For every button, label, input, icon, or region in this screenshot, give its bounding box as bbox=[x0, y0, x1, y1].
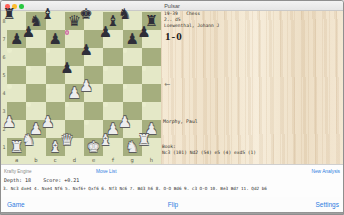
black-pawn: ♟ bbox=[80, 41, 93, 59]
black-bishop: ♝ bbox=[41, 5, 54, 23]
square-c4[interactable] bbox=[46, 84, 51, 89]
file-labels: abcdefgh bbox=[7, 157, 161, 163]
engine-panel: Krafty Engine Move List New Analysis Dep… bbox=[1, 164, 344, 197]
square-f6[interactable] bbox=[103, 48, 122, 66]
engine-pv-line: 3. Nc3 dxe4 4. Nxe4 Nf6 5. Nxf6+ Qxf6 6.… bbox=[3, 186, 267, 191]
book-label: Book: bbox=[162, 144, 176, 149]
square-b7[interactable]: ♟ bbox=[26, 30, 31, 35]
file-label-d: d bbox=[65, 157, 84, 163]
black-player-name: Loewenthal, Johann J bbox=[164, 23, 219, 28]
chess-board[interactable]: ♜♞♝♛♚♝♞♜♟♟♟♟♟♟♟♟♟♟♟♟♟♟♟♟♜♞♝♛♚♝♞♜ bbox=[7, 12, 161, 156]
square-d5[interactable]: ♟ bbox=[65, 66, 70, 71]
black-pawn: ♟ bbox=[137, 23, 150, 41]
square-d7[interactable] bbox=[65, 30, 70, 35]
square-a5[interactable] bbox=[7, 66, 26, 84]
app-window: Pulsar 19-39 Chess 2.. d5 Loewenthal, Jo… bbox=[0, 0, 344, 215]
engine-name: Krafty Engine bbox=[4, 169, 32, 174]
square-g2[interactable]: ♟ bbox=[123, 120, 128, 125]
new-analysis-link[interactable]: New Analysis bbox=[311, 169, 340, 174]
flip-button[interactable]: Flip bbox=[1, 201, 344, 208]
square-h1[interactable]: ♜ bbox=[142, 138, 147, 143]
white-knight: ♞ bbox=[22, 131, 35, 149]
white-pawn: ♟ bbox=[41, 113, 54, 131]
file-label-e: e bbox=[84, 157, 103, 163]
square-f7[interactable]: ♟ bbox=[103, 30, 108, 35]
white-pawn: ♟ bbox=[3, 113, 16, 131]
square-g6[interactable] bbox=[123, 48, 128, 53]
square-c6[interactable] bbox=[46, 48, 51, 53]
square-d3[interactable] bbox=[65, 102, 70, 107]
file-label-f: f bbox=[103, 157, 122, 163]
square-b4[interactable] bbox=[26, 84, 45, 102]
black-pawn: ♟ bbox=[48, 30, 61, 48]
square-f1[interactable]: ♝ bbox=[103, 138, 108, 143]
file-label-b: b bbox=[26, 157, 45, 163]
game-number: 19-39 bbox=[164, 11, 178, 16]
square-g5[interactable] bbox=[123, 66, 142, 84]
engine-depth: Depth: 18 bbox=[4, 177, 31, 183]
game-header: 19-39 Chess 2.. d5 Loewenthal, Johann J bbox=[164, 11, 219, 29]
square-c8[interactable]: ♝ bbox=[46, 12, 51, 17]
square-e8[interactable]: ♚ bbox=[84, 12, 89, 17]
square-b1[interactable]: ♞ bbox=[26, 138, 31, 143]
square-f5[interactable] bbox=[103, 66, 108, 71]
bottom-toolbar: Game Flip Settings bbox=[1, 197, 344, 212]
takeback-arrow-icon[interactable]: ← bbox=[164, 79, 170, 89]
black-pawn: ♟ bbox=[22, 23, 35, 41]
square-b5[interactable] bbox=[26, 66, 31, 71]
black-knight: ♞ bbox=[118, 5, 131, 23]
square-e3[interactable] bbox=[84, 102, 103, 120]
window-bottom-edge bbox=[1, 212, 344, 215]
square-g4[interactable] bbox=[123, 84, 128, 89]
square-a8[interactable]: ♜ bbox=[7, 12, 12, 17]
square-f4[interactable] bbox=[103, 84, 122, 102]
file-label-c: c bbox=[46, 157, 65, 163]
white-rook: ♜ bbox=[137, 131, 150, 149]
square-c7[interactable]: ♟ bbox=[46, 30, 65, 48]
black-pawn: ♟ bbox=[60, 59, 73, 77]
square-b6[interactable] bbox=[26, 48, 45, 66]
white-pawn: ♟ bbox=[118, 113, 131, 131]
square-h4[interactable] bbox=[142, 84, 161, 102]
square-h5[interactable] bbox=[142, 66, 147, 71]
square-h7[interactable]: ♟ bbox=[142, 30, 147, 35]
engine-score: Score: +0.21 bbox=[43, 177, 79, 183]
board-area: 87654321 ♜♞♝♛♚♝♞♜♟♟♟♟♟♟♟♟♟♟♟♟♟♟♟♟♜♞♝♛♚♝♞… bbox=[1, 11, 161, 164]
game-type-label: Chess bbox=[186, 11, 200, 16]
square-a6[interactable] bbox=[7, 48, 12, 53]
white-bishop: ♝ bbox=[99, 131, 112, 149]
square-e6[interactable]: ♟ bbox=[84, 48, 89, 53]
black-king: ♚ bbox=[80, 5, 93, 23]
main-area: 19-39 Chess 2.. d5 Loewenthal, Johann J … bbox=[1, 11, 344, 164]
wood-panel: 19-39 Chess 2.. d5 Loewenthal, Johann J … bbox=[161, 11, 344, 164]
file-label-a: a bbox=[7, 157, 26, 163]
game-result: 1-0 bbox=[165, 30, 183, 42]
book-moves: Nc3 (101) Nd2 (54) e5 (4) exd5 (1) bbox=[162, 150, 256, 155]
square-b3[interactable] bbox=[26, 102, 31, 107]
white-player-name: Morphy, Paul bbox=[163, 119, 198, 124]
square-g8[interactable]: ♞ bbox=[123, 12, 128, 17]
black-pawn: ♟ bbox=[99, 23, 112, 41]
square-f3[interactable] bbox=[103, 102, 108, 107]
square-d1[interactable]: ♛ bbox=[65, 138, 70, 143]
square-e2[interactable] bbox=[84, 120, 89, 125]
engine-depth-score: Depth: 18 Score: +0.21 bbox=[4, 177, 79, 183]
file-label-g: g bbox=[123, 157, 142, 163]
square-h3[interactable] bbox=[142, 102, 147, 107]
file-label-h: h bbox=[142, 157, 161, 163]
white-pawn: ♟ bbox=[80, 77, 93, 95]
square-e4[interactable]: ♟ bbox=[84, 84, 89, 89]
last-move-display: 2.. d5 bbox=[164, 17, 181, 22]
black-rook: ♜ bbox=[3, 5, 16, 23]
square-h6[interactable] bbox=[142, 48, 161, 66]
square-a2[interactable]: ♟ bbox=[7, 120, 12, 125]
square-a4[interactable] bbox=[7, 84, 12, 89]
settings-button[interactable]: Settings bbox=[316, 201, 340, 208]
move-list-link[interactable]: Move List bbox=[96, 169, 117, 174]
square-c2[interactable]: ♟ bbox=[46, 120, 51, 125]
white-queen: ♛ bbox=[60, 131, 73, 149]
